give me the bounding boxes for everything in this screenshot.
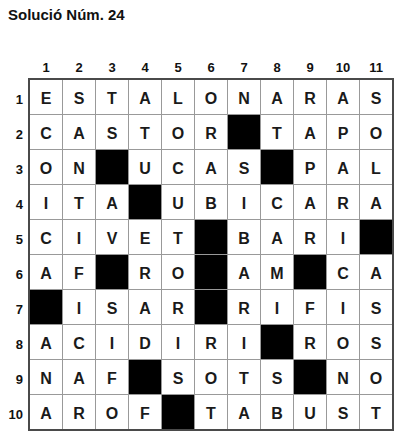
letter-cell-r3c7: S <box>228 150 260 184</box>
black-cell-r6c6 <box>195 255 227 289</box>
letter-cell-r8c3: I <box>96 325 128 359</box>
letter-cell-r2c3: S <box>96 115 128 149</box>
letter-cell-r1c11: S <box>360 80 392 114</box>
letter-cell-r2c6: R <box>195 115 227 149</box>
letter-cell-r6c1: A <box>30 255 62 289</box>
letter-cell-r4c8: C <box>261 185 293 219</box>
letter-cell-r9c11: O <box>360 360 392 394</box>
black-cell-r3c3 <box>96 150 128 184</box>
black-cell-r5c6 <box>195 220 227 254</box>
letter-cell-r5c4: E <box>129 220 161 254</box>
black-cell-r5c11 <box>360 220 392 254</box>
column-label-11: 11 <box>360 60 392 78</box>
letter-cell-r10c3: O <box>96 395 128 429</box>
letter-cell-r8c6: R <box>195 325 227 359</box>
letter-cell-r4c9: A <box>294 185 326 219</box>
black-cell-r6c9 <box>294 255 326 289</box>
black-cell-r7c1 <box>30 290 62 324</box>
letter-cell-r9c10: N <box>327 360 359 394</box>
letter-cell-r10c7: A <box>228 395 260 429</box>
letter-cell-r1c10: A <box>327 80 359 114</box>
letter-cell-r2c9: A <box>294 115 326 149</box>
letter-cell-r10c10: S <box>327 395 359 429</box>
letter-cell-r7c11: S <box>360 290 392 324</box>
letter-cell-r4c3: A <box>96 185 128 219</box>
letter-cell-r8c10: O <box>327 325 359 359</box>
letter-cell-r8c7: I <box>228 325 260 359</box>
letter-cell-r4c6: B <box>195 185 227 219</box>
letter-cell-r5c10: I <box>327 220 359 254</box>
letter-cell-r10c2: R <box>63 395 95 429</box>
letter-cell-r7c9: F <box>294 290 326 324</box>
letter-cell-r4c7: I <box>228 185 260 219</box>
letter-cell-r7c10: I <box>327 290 359 324</box>
letter-cell-r1c3: T <box>96 80 128 114</box>
column-label-9: 9 <box>294 60 326 78</box>
black-cell-r4c4 <box>129 185 161 219</box>
letter-cell-r4c11: A <box>360 185 392 219</box>
letter-cell-r9c3: F <box>96 360 128 394</box>
letter-cell-r5c5: T <box>162 220 194 254</box>
letter-cell-r7c2: I <box>63 290 95 324</box>
letter-cell-r7c8: I <box>261 290 293 324</box>
row-label-5: 5 <box>2 220 28 254</box>
letter-cell-r9c8: S <box>261 360 293 394</box>
letter-cell-r7c3: S <box>96 290 128 324</box>
letter-cell-r10c8: B <box>261 395 293 429</box>
black-cell-r3c8 <box>261 150 293 184</box>
black-cell-r7c6 <box>195 290 227 324</box>
black-cell-r9c9 <box>294 360 326 394</box>
black-cell-r9c4 <box>129 360 161 394</box>
row-label-8: 8 <box>2 325 28 359</box>
letter-cell-r4c10: R <box>327 185 359 219</box>
letter-cell-r5c7: B <box>228 220 260 254</box>
letter-cell-r9c7: T <box>228 360 260 394</box>
column-label-3: 3 <box>96 60 128 78</box>
black-cell-r2c7 <box>228 115 260 149</box>
letter-cell-r3c4: U <box>129 150 161 184</box>
letter-cell-r3c2: N <box>63 150 95 184</box>
letter-cell-r10c4: F <box>129 395 161 429</box>
letter-cell-r6c10: C <box>327 255 359 289</box>
letter-cell-r1c8: A <box>261 80 293 114</box>
letter-cell-r5c1: C <box>30 220 62 254</box>
row-label-10: 10 <box>2 395 28 429</box>
letter-cell-r1c4: A <box>129 80 161 114</box>
black-cell-r6c3 <box>96 255 128 289</box>
letter-cell-r2c8: T <box>261 115 293 149</box>
letter-cell-r1c9: R <box>294 80 326 114</box>
crossword-board: ESTALONARASCASTORTAPOONUCASPALITAUBICARA… <box>28 78 394 431</box>
row-label-3: 3 <box>2 150 28 184</box>
letter-cell-r3c10: A <box>327 150 359 184</box>
column-label-1: 1 <box>30 60 62 78</box>
letter-cell-r10c9: U <box>294 395 326 429</box>
letter-cell-r4c5: U <box>162 185 194 219</box>
letter-cell-r5c8: A <box>261 220 293 254</box>
row-labels: 12345678910 <box>2 78 28 431</box>
letter-cell-r8c11: S <box>360 325 392 359</box>
letter-cell-r8c9: R <box>294 325 326 359</box>
letter-cell-r4c2: T <box>63 185 95 219</box>
column-label-6: 6 <box>195 60 227 78</box>
row-label-9: 9 <box>2 360 28 394</box>
letter-cell-r8c4: D <box>129 325 161 359</box>
letter-cell-r2c11: O <box>360 115 392 149</box>
letter-cell-r2c5: O <box>162 115 194 149</box>
letter-cell-r2c1: C <box>30 115 62 149</box>
letter-cell-r2c4: T <box>129 115 161 149</box>
black-cell-r8c8 <box>261 325 293 359</box>
letter-cell-r3c11: L <box>360 150 392 184</box>
column-label-4: 4 <box>129 60 161 78</box>
grid-corner-spacer <box>2 56 28 78</box>
letter-cell-r5c9: R <box>294 220 326 254</box>
letter-cell-r5c3: V <box>96 220 128 254</box>
letter-cell-r7c4: A <box>129 290 161 324</box>
letter-cell-r1c7: N <box>228 80 260 114</box>
column-label-5: 5 <box>162 60 194 78</box>
row-label-7: 7 <box>2 290 28 324</box>
column-label-10: 10 <box>327 60 359 78</box>
letter-cell-r6c7: A <box>228 255 260 289</box>
column-label-2: 2 <box>63 60 95 78</box>
letter-cell-r8c5: I <box>162 325 194 359</box>
letter-cell-r1c1: E <box>30 80 62 114</box>
letter-cell-r6c8: M <box>261 255 293 289</box>
letter-cell-r6c5: O <box>162 255 194 289</box>
letter-cell-r8c2: C <box>63 325 95 359</box>
letter-cell-r1c2: S <box>63 80 95 114</box>
letter-cell-r10c6: T <box>195 395 227 429</box>
letter-cell-r9c5: S <box>162 360 194 394</box>
letter-cell-r9c2: A <box>63 360 95 394</box>
page-title: Solució Núm. 24 <box>8 6 125 23</box>
letter-cell-r8c1: A <box>30 325 62 359</box>
letter-cell-r10c11: T <box>360 395 392 429</box>
letter-cell-r6c4: R <box>129 255 161 289</box>
letter-cell-r3c9: P <box>294 150 326 184</box>
column-label-8: 8 <box>261 60 293 78</box>
letter-cell-r1c6: O <box>195 80 227 114</box>
row-label-6: 6 <box>2 255 28 289</box>
letter-cell-r1c5: L <box>162 80 194 114</box>
letter-cell-r5c2: I <box>63 220 95 254</box>
letter-cell-r9c1: N <box>30 360 62 394</box>
row-label-4: 4 <box>2 185 28 219</box>
letter-cell-r2c10: P <box>327 115 359 149</box>
letter-cell-r3c5: C <box>162 150 194 184</box>
letter-cell-r3c1: O <box>30 150 62 184</box>
letter-cell-r7c7: R <box>228 290 260 324</box>
column-labels: 1234567891011 <box>28 56 394 78</box>
letter-cell-r6c11: A <box>360 255 392 289</box>
row-label-2: 2 <box>2 115 28 149</box>
letter-cell-r7c5: R <box>162 290 194 324</box>
letter-cell-r3c6: A <box>195 150 227 184</box>
letter-cell-r4c1: I <box>30 185 62 219</box>
crossword-grid-area: 1234567891011 12345678910 ESTALONARASCAS… <box>2 56 394 431</box>
letter-cell-r9c6: O <box>195 360 227 394</box>
letter-cell-r10c1: A <box>30 395 62 429</box>
column-label-7: 7 <box>228 60 260 78</box>
row-label-1: 1 <box>2 80 28 114</box>
black-cell-r10c5 <box>162 395 194 429</box>
letter-cell-r6c2: F <box>63 255 95 289</box>
letter-cell-r2c2: A <box>63 115 95 149</box>
